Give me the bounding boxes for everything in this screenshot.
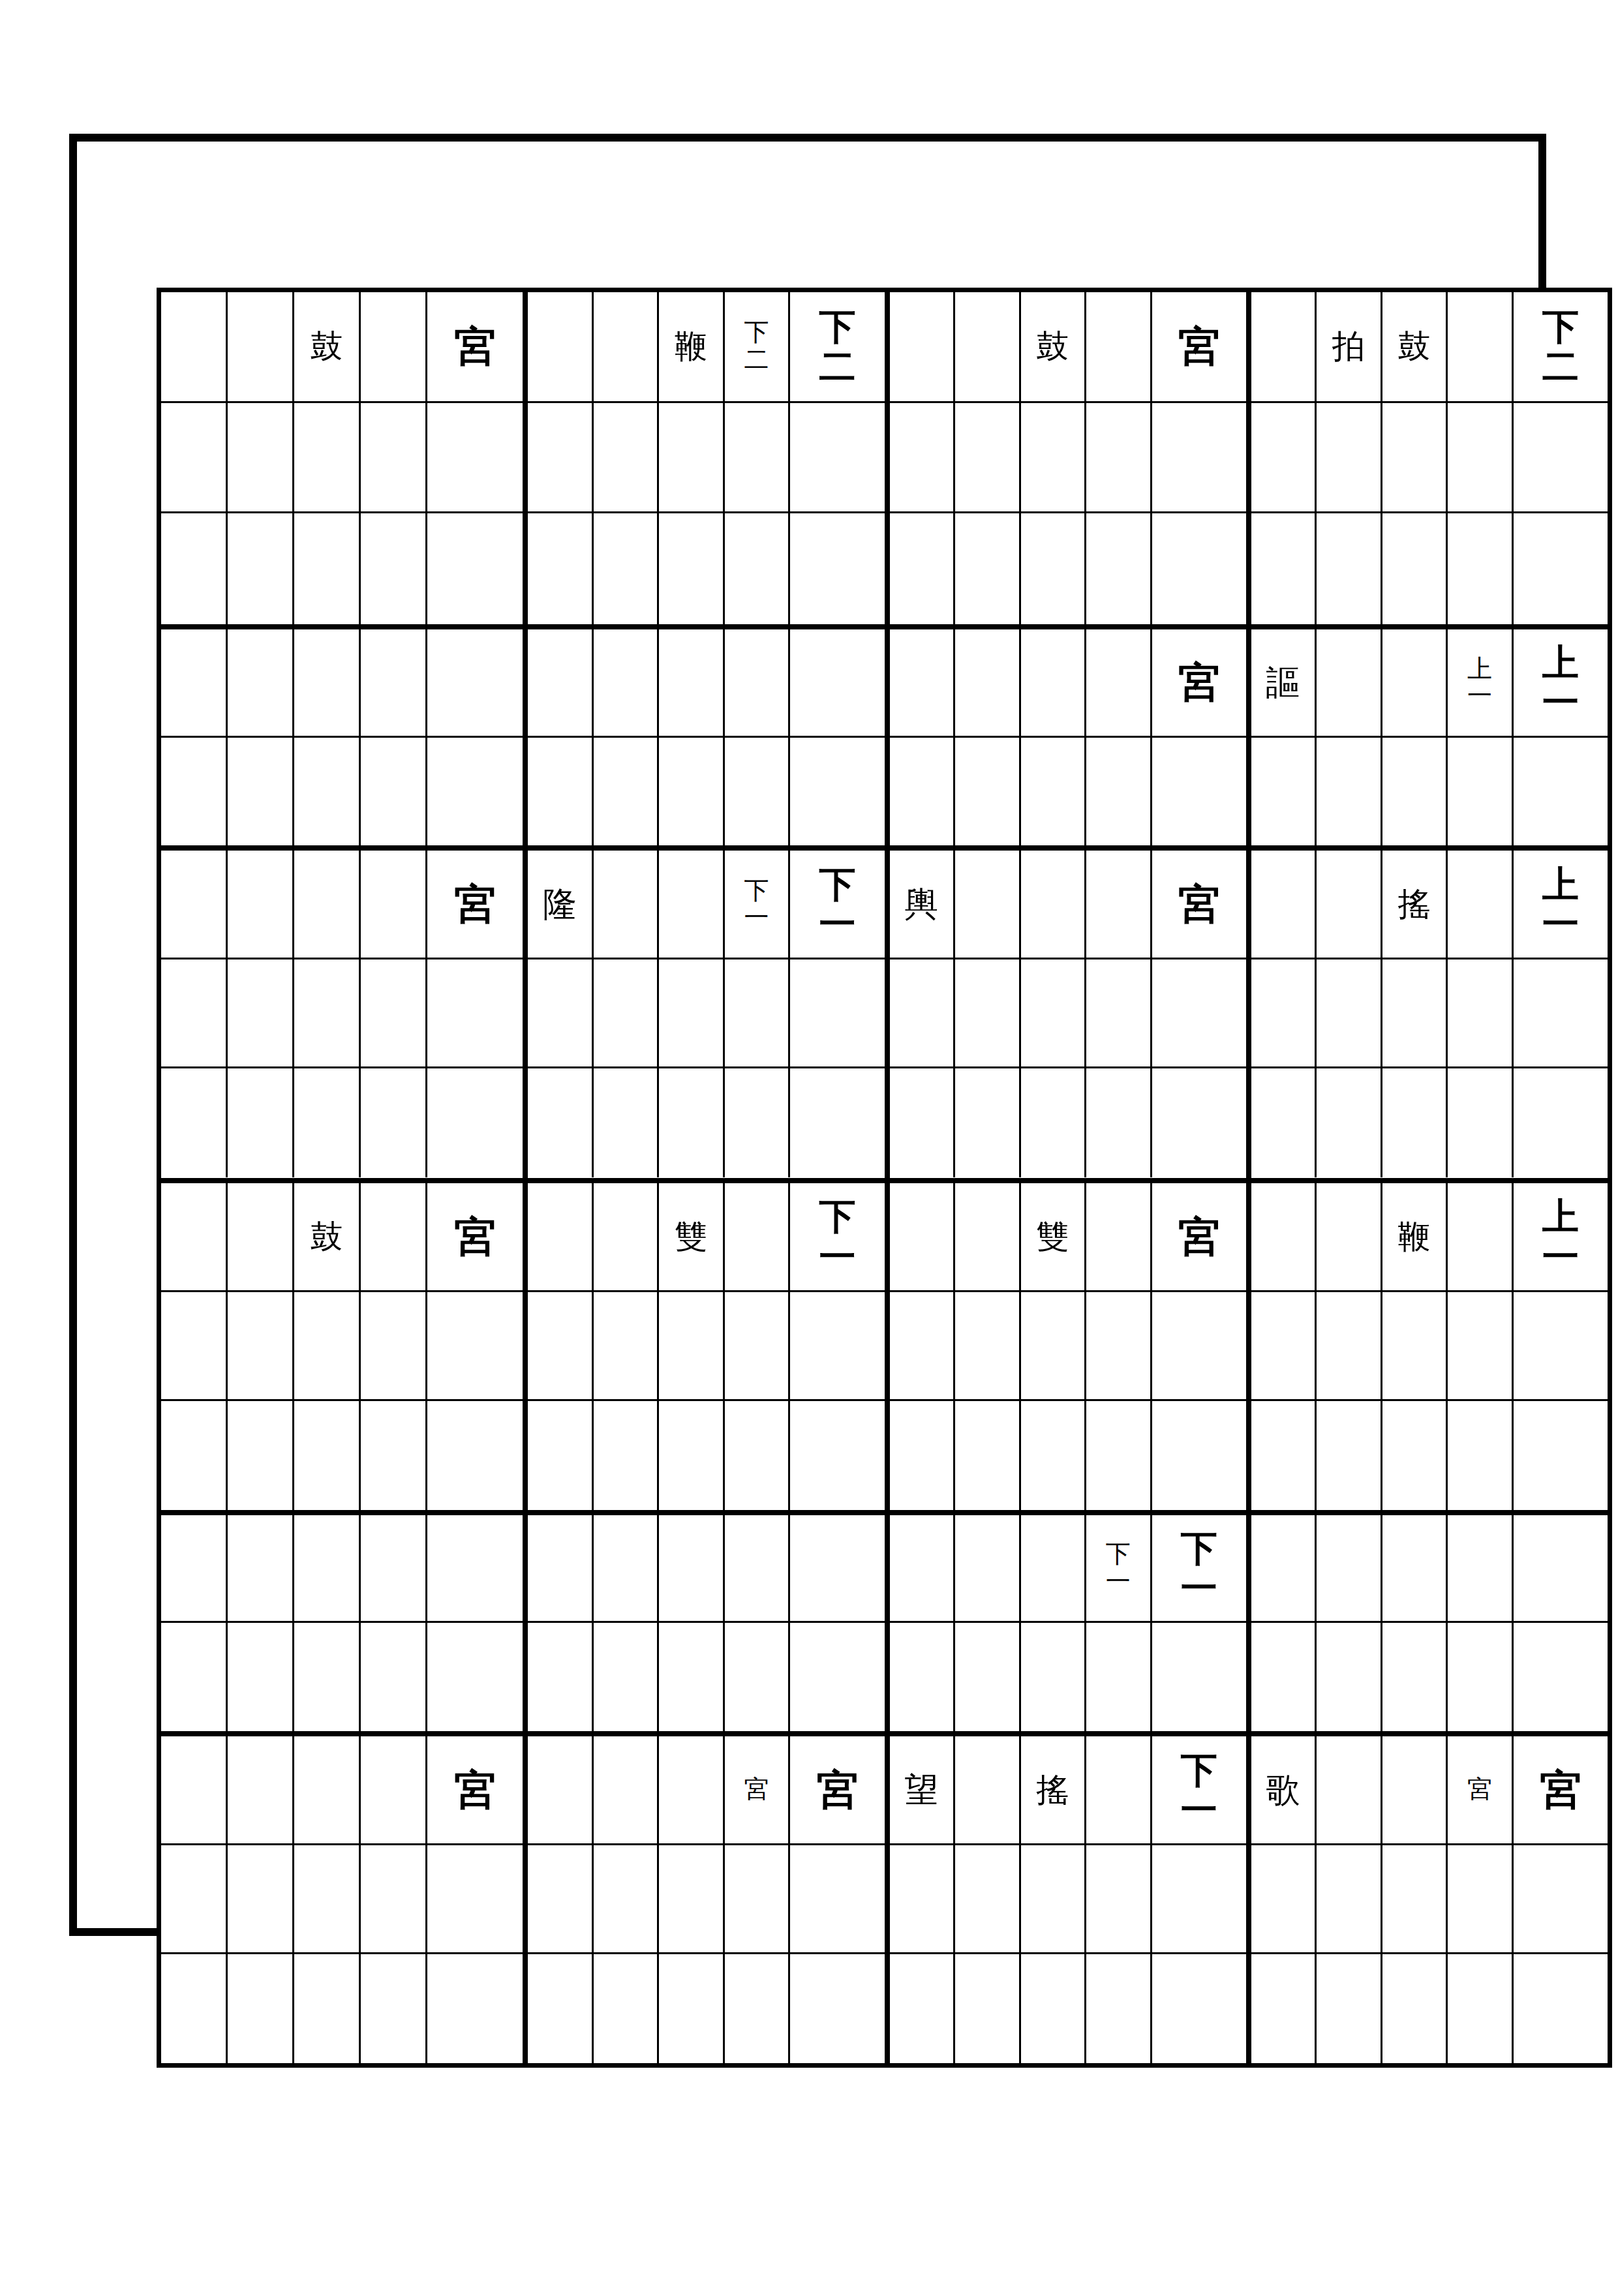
- cell-r5c2s3b1: [659, 1515, 725, 1624]
- cell-r3c1s5b3: [427, 1068, 523, 1177]
- cell-r5c4s1b2: [1251, 1623, 1317, 1731]
- jeonggan-r6c2: 宮宮: [523, 1731, 884, 2063]
- cell-r6c4s3b3: [1382, 1954, 1448, 2063]
- jeonggan-r4c1: 鼓宮: [161, 1178, 523, 1510]
- cell-r6c3s1b2: [890, 1845, 956, 1954]
- cell-r3c2s4b3: [725, 1068, 791, 1177]
- jeonggan-r2c1: [161, 624, 523, 845]
- cell-r4c1s5b3: [427, 1401, 523, 1510]
- cell-r6c4s3b1: [1382, 1736, 1448, 1845]
- cell-r1c2s1b2: [528, 403, 594, 514]
- cell-r4c1s2b2: [228, 1292, 294, 1401]
- cell-r4c2s3b2: [659, 1292, 725, 1401]
- cell-r4c1s1b2: [161, 1292, 228, 1401]
- cell-r1c4s2b1: 拍: [1317, 292, 1382, 403]
- lyric-glyph-yeo: 輿: [904, 887, 938, 921]
- cell-r1c4s3b1: 鼓: [1382, 292, 1448, 403]
- cell-r4c2s5b1: 下一: [790, 1183, 884, 1292]
- cell-r2c2s1b1: [528, 629, 594, 738]
- pitch-small-glyph-gung: 宮: [1467, 1776, 1492, 1804]
- cell-r5c2s2b2: [594, 1623, 660, 1731]
- cell-r1c2s2b3: [594, 513, 660, 624]
- cell-r3c3s1b2: [890, 959, 956, 1068]
- cell-r4c4s2b1: [1317, 1183, 1382, 1292]
- cell-r5c3s4b1: 下一: [1086, 1515, 1152, 1624]
- cell-r1c3s3b2: [1021, 403, 1087, 514]
- cell-r2c4s2b2: [1317, 738, 1382, 846]
- cell-r1c3s5b1: 宮: [1152, 292, 1246, 403]
- cell-r6c4s5b1: 宮: [1514, 1736, 1608, 1845]
- cell-r1c3s1b2: [890, 403, 956, 514]
- cell-r6c2s3b1: [659, 1736, 725, 1845]
- cell-r6c1s5b3: [427, 1954, 523, 2063]
- cell-r6c3s1b3: [890, 1954, 956, 2063]
- cell-r5c3s5b1: 下一: [1152, 1515, 1246, 1624]
- cell-r2c2s4b2: [725, 738, 791, 846]
- cell-r2c4s4b1: 上一: [1448, 629, 1514, 738]
- cell-r6c2s4b1: 宮: [725, 1736, 791, 1845]
- cell-r5c4s3b1: [1382, 1515, 1448, 1624]
- cell-r3c4s4b3: [1448, 1068, 1514, 1177]
- cell-r3c4s1b1: [1251, 851, 1317, 959]
- cell-r6c1s3b1: [294, 1736, 361, 1845]
- cell-r6c4s2b1: [1317, 1736, 1382, 1845]
- cell-r6c1s2b2: [228, 1845, 294, 1954]
- cell-r6c3s4b2: [1086, 1845, 1152, 1954]
- pitch-main-glyph-ha-il: 下一: [1181, 1528, 1217, 1608]
- lyric-glyph-ryung: 隆: [543, 887, 577, 921]
- cell-r4c2s2b1: [594, 1183, 660, 1292]
- cell-r6c2s5b1: 宮: [790, 1736, 884, 1845]
- cell-r5c1s2b2: [228, 1623, 294, 1731]
- pitch-main-glyph-ha-i: 下二: [1542, 307, 1579, 386]
- cell-r6c2s1b1: [528, 1736, 594, 1845]
- cell-r5c1s3b2: [294, 1623, 361, 1731]
- cell-r6c2s3b3: [659, 1954, 725, 2063]
- cell-r3c1s1b2: [161, 959, 228, 1068]
- pitch-main-glyph-gung: 宮: [816, 1769, 858, 1811]
- cell-r1c1s5b2: [427, 403, 523, 514]
- cell-r1c4s2b3: [1317, 513, 1382, 624]
- cell-r2c3s1b1: [890, 629, 956, 738]
- score-grid: 鼓宮鞭下二下二鼓宮拍鼓下二宮謳上一上一宮隆下一下一輿宮搖上一鼓宮雙下一雙宮鞭上一…: [157, 288, 1612, 2068]
- cell-r4c3s1b1: [890, 1183, 956, 1292]
- cell-r4c4s1b3: [1251, 1401, 1317, 1510]
- percussion-glyph-go: 鼓: [310, 1220, 343, 1253]
- cell-r2c1s5b1: [427, 629, 523, 738]
- cell-r6c3s4b3: [1086, 1954, 1152, 2063]
- cell-r3c3s4b2: [1086, 959, 1152, 1068]
- jeonggan-r2c3: 宮: [885, 624, 1246, 845]
- cell-r1c3s4b1: [1086, 292, 1152, 403]
- cell-r1c4s2b2: [1317, 403, 1382, 514]
- cell-r2c2s3b2: [659, 738, 725, 846]
- cell-r1c3s4b2: [1086, 403, 1152, 514]
- cell-r1c1s2b1: [228, 292, 294, 403]
- pitch-main-glyph-ha-i: 下二: [819, 307, 855, 386]
- cell-r3c3s5b2: [1152, 959, 1246, 1068]
- cell-r5c4s2b2: [1317, 1623, 1382, 1731]
- cell-r6c2s3b2: [659, 1845, 725, 1954]
- cell-r2c3s3b1: [1021, 629, 1087, 738]
- cell-r5c4s5b2: [1514, 1623, 1608, 1731]
- cell-r1c3s1b3: [890, 513, 956, 624]
- cell-r4c1s1b3: [161, 1401, 228, 1510]
- cell-r2c1s4b1: [361, 629, 427, 738]
- cell-r1c4s4b2: [1448, 403, 1514, 514]
- pitch-main-glyph-gung: 宮: [454, 883, 496, 925]
- cell-r2c3s4b2: [1086, 738, 1152, 846]
- lyric-glyph-gu: 謳: [1266, 665, 1300, 699]
- cell-r5c1s5b2: [427, 1623, 523, 1731]
- cell-r6c4s2b3: [1317, 1954, 1382, 2063]
- pitch-main-glyph-gung: 宮: [454, 1769, 496, 1811]
- pitch-main-glyph-gung: 宮: [1178, 1216, 1220, 1258]
- cell-r6c1s3b3: [294, 1954, 361, 2063]
- cell-r6c4s4b1: 宮: [1448, 1736, 1514, 1845]
- cell-r1c1s1b1: [161, 292, 228, 403]
- cell-r6c1s4b2: [361, 1845, 427, 1954]
- cell-r4c4s2b2: [1317, 1292, 1382, 1401]
- cell-r1c4s5b2: [1514, 403, 1608, 514]
- percussion-glyph-pyeon: 鞭: [1398, 1220, 1431, 1253]
- jeonggan-r1c2: 鞭下二下二: [523, 292, 884, 624]
- cell-r6c3s4b1: [1086, 1736, 1152, 1845]
- jeonggan-r4c2: 雙下一: [523, 1178, 884, 1510]
- cell-r4c1s4b1: [361, 1183, 427, 1292]
- cell-r4c4s5b3: [1514, 1401, 1608, 1510]
- pitch-main-glyph-gung: 宮: [454, 1216, 496, 1258]
- cell-r3c2s1b3: [528, 1068, 594, 1177]
- cell-r1c2s2b1: [594, 292, 660, 403]
- cell-r2c4s4b2: [1448, 738, 1514, 846]
- pitch-small-glyph-ha-il: 下一: [744, 877, 769, 932]
- cell-r6c4s4b2: [1448, 1845, 1514, 1954]
- cell-r1c3s5b2: [1152, 403, 1246, 514]
- jeonggan-r4c3: 雙宮: [885, 1178, 1246, 1510]
- cell-r6c3s2b1: [955, 1736, 1021, 1845]
- cell-r3c4s5b2: [1514, 959, 1608, 1068]
- cell-r6c1s4b3: [361, 1954, 427, 2063]
- cell-r1c2s2b2: [594, 403, 660, 514]
- cell-r5c1s1b1: [161, 1515, 228, 1624]
- cell-r1c4s5b1: 下二: [1514, 292, 1608, 403]
- cell-r3c4s2b3: [1317, 1068, 1382, 1177]
- cell-r5c3s3b2: [1021, 1623, 1087, 1731]
- cell-r6c3s2b2: [955, 1845, 1021, 1954]
- cell-r4c1s5b2: [427, 1292, 523, 1401]
- cell-r6c2s1b3: [528, 1954, 594, 2063]
- pitch-main-glyph-ha-il: 下一: [819, 1196, 855, 1276]
- jeonggan-r1c3: 鼓宮: [885, 292, 1246, 624]
- cell-r2c2s1b2: [528, 738, 594, 846]
- cell-r2c3s5b1: 宮: [1152, 629, 1246, 738]
- cell-r3c2s5b2: [790, 959, 884, 1068]
- lyric-glyph-ga: 歌: [1266, 1773, 1300, 1807]
- cell-r6c1s1b3: [161, 1954, 228, 2063]
- cell-r4c1s5b1: 宮: [427, 1183, 523, 1292]
- cell-r2c3s4b1: [1086, 629, 1152, 738]
- cell-r1c2s3b1: 鞭: [659, 292, 725, 403]
- cell-r3c3s3b3: [1021, 1068, 1087, 1177]
- pitch-main-glyph-ha-il: 下一: [819, 864, 855, 944]
- cell-r1c4s4b3: [1448, 513, 1514, 624]
- cell-r1c2s1b3: [528, 513, 594, 624]
- cell-r3c3s2b3: [955, 1068, 1021, 1177]
- cell-r6c3s3b2: [1021, 1845, 1087, 1954]
- cell-r2c1s3b1: [294, 629, 361, 738]
- cell-r4c1s4b3: [361, 1401, 427, 1510]
- cell-r1c1s3b3: [294, 513, 361, 624]
- cell-r5c3s5b2: [1152, 1623, 1246, 1731]
- cell-r3c1s2b1: [228, 851, 294, 959]
- cell-r6c1s2b3: [228, 1954, 294, 2063]
- cell-r6c4s1b3: [1251, 1954, 1317, 2063]
- pitch-main-glyph-gung: 宮: [454, 325, 496, 367]
- cell-r5c4s3b2: [1382, 1623, 1448, 1731]
- cell-r4c4s2b3: [1317, 1401, 1382, 1510]
- cell-r1c3s2b2: [955, 403, 1021, 514]
- cell-r6c3s5b1: 下一: [1152, 1736, 1246, 1845]
- cell-r5c1s4b2: [361, 1623, 427, 1731]
- cell-r2c4s2b1: [1317, 629, 1382, 738]
- percussion-glyph-yo: 搖: [1398, 888, 1431, 920]
- cell-r3c4s1b3: [1251, 1068, 1317, 1177]
- cell-r5c1s3b1: [294, 1515, 361, 1624]
- percussion-glyph-go: 鼓: [1036, 330, 1069, 363]
- percussion-glyph-yo: 搖: [1036, 1774, 1069, 1806]
- cell-r4c2s5b2: [790, 1292, 884, 1401]
- cell-r4c3s4b2: [1086, 1292, 1152, 1401]
- cell-r3c2s2b1: [594, 851, 660, 959]
- cell-r3c1s1b1: [161, 851, 228, 959]
- pitch-main-glyph-gung: 宮: [1178, 661, 1220, 703]
- cell-r4c2s1b1: [528, 1183, 594, 1292]
- pitch-main-glyph-sang-il: 上一: [1542, 864, 1579, 944]
- cell-r3c1s2b2: [228, 959, 294, 1068]
- cell-r1c1s2b2: [228, 403, 294, 514]
- cell-r3c2s4b2: [725, 959, 791, 1068]
- jeonggan-r6c3: 望搖下一: [885, 1731, 1246, 2063]
- cell-r6c2s4b3: [725, 1954, 791, 2063]
- cell-r4c4s1b1: [1251, 1183, 1317, 1292]
- jeonggan-r4c4: 鞭上一: [1246, 1178, 1608, 1510]
- cell-r1c4s1b3: [1251, 513, 1317, 624]
- cell-r3c2s5b1: 下一: [790, 851, 884, 959]
- cell-r5c3s2b1: [955, 1515, 1021, 1624]
- cell-r2c1s2b2: [228, 738, 294, 846]
- cell-r2c4s3b2: [1382, 738, 1448, 846]
- cell-r2c4s1b1: 謳: [1251, 629, 1317, 738]
- pitch-small-glyph-ha-il: 下一: [1106, 1541, 1131, 1595]
- cell-r1c1s5b1: 宮: [427, 292, 523, 403]
- cell-r5c1s5b1: [427, 1515, 523, 1624]
- cell-r6c2s5b3: [790, 1954, 884, 2063]
- cell-r4c4s4b2: [1448, 1292, 1514, 1401]
- cell-r4c2s2b3: [594, 1401, 660, 1510]
- cell-r1c1s1b2: [161, 403, 228, 514]
- cell-r6c2s2b1: [594, 1736, 660, 1845]
- cell-r1c3s2b3: [955, 513, 1021, 624]
- cell-r6c3s5b2: [1152, 1845, 1246, 1954]
- jeonggan-r5c1: [161, 1510, 523, 1731]
- cell-r4c1s1b1: [161, 1183, 228, 1292]
- percussion-glyph-ssang: 雙: [675, 1220, 707, 1253]
- cell-r3c3s3b2: [1021, 959, 1087, 1068]
- lyric-glyph-mang: 望: [904, 1773, 938, 1807]
- cell-r4c4s5b2: [1514, 1292, 1608, 1401]
- cell-r1c4s3b2: [1382, 403, 1448, 514]
- pitch-main-glyph-sang-il: 上一: [1542, 642, 1579, 722]
- cell-r4c2s2b2: [594, 1292, 660, 1401]
- cell-r1c4s1b1: [1251, 292, 1317, 403]
- cell-r4c2s1b2: [528, 1292, 594, 1401]
- cell-r3c4s1b2: [1251, 959, 1317, 1068]
- cell-r1c2s5b3: [790, 513, 884, 624]
- cell-r4c2s5b3: [790, 1401, 884, 1510]
- cell-r3c3s2b2: [955, 959, 1021, 1068]
- cell-r4c4s4b3: [1448, 1401, 1514, 1510]
- cell-r2c1s3b2: [294, 738, 361, 846]
- cell-r2c4s5b2: [1514, 738, 1608, 846]
- cell-r6c1s5b2: [427, 1845, 523, 1954]
- cell-r3c4s5b1: 上一: [1514, 851, 1608, 959]
- cell-r6c4s1b2: [1251, 1845, 1317, 1954]
- cell-r3c3s4b1: [1086, 851, 1152, 959]
- cell-r3c2s3b3: [659, 1068, 725, 1177]
- cell-r4c4s1b2: [1251, 1292, 1317, 1401]
- cell-r4c2s3b1: 雙: [659, 1183, 725, 1292]
- cell-r5c4s4b2: [1448, 1623, 1514, 1731]
- cell-r6c4s4b3: [1448, 1954, 1514, 2063]
- cell-r5c1s1b2: [161, 1623, 228, 1731]
- cell-r6c1s3b2: [294, 1845, 361, 1954]
- jeonggan-r6c4: 歌宮宮: [1246, 1731, 1608, 2063]
- cell-r4c1s4b2: [361, 1292, 427, 1401]
- cell-r4c4s4b1: [1448, 1183, 1514, 1292]
- cell-r5c2s4b2: [725, 1623, 791, 1731]
- jeonggan-r5c4: [1246, 1510, 1608, 1731]
- cell-r4c3s1b2: [890, 1292, 956, 1401]
- cell-r2c4s1b2: [1251, 738, 1317, 846]
- cell-r6c2s1b2: [528, 1845, 594, 1954]
- cell-r2c1s5b2: [427, 738, 523, 846]
- cell-r1c4s5b3: [1514, 513, 1608, 624]
- percussion-glyph-go: 鼓: [1398, 330, 1431, 363]
- pitch-small-glyph-gung: 宮: [744, 1776, 769, 1804]
- cell-r3c3s1b3: [890, 1068, 956, 1177]
- cell-r5c2s2b1: [594, 1515, 660, 1624]
- cell-r1c1s1b3: [161, 513, 228, 624]
- cell-r4c3s2b2: [955, 1292, 1021, 1401]
- cell-r4c1s3b1: 鼓: [294, 1183, 361, 1292]
- cell-r5c2s3b2: [659, 1623, 725, 1731]
- cell-r4c2s4b3: [725, 1401, 791, 1510]
- cell-r2c1s2b1: [228, 629, 294, 738]
- cell-r3c1s2b3: [228, 1068, 294, 1177]
- cell-r4c4s3b1: 鞭: [1382, 1183, 1448, 1292]
- cell-r4c4s5b1: 上一: [1514, 1183, 1608, 1292]
- cell-r1c3s3b3: [1021, 513, 1087, 624]
- pitch-main-glyph-gung: 宮: [1178, 325, 1220, 367]
- cell-r3c2s1b2: [528, 959, 594, 1068]
- cell-r1c2s4b3: [725, 513, 791, 624]
- jeonggan-r1c4: 拍鼓下二: [1246, 292, 1608, 624]
- cell-r3c2s2b3: [594, 1068, 660, 1177]
- cell-r4c2s4b2: [725, 1292, 791, 1401]
- cell-r4c3s5b2: [1152, 1292, 1246, 1401]
- cell-r3c4s2b2: [1317, 959, 1382, 1068]
- cell-r3c3s5b1: 宮: [1152, 851, 1246, 959]
- cell-r5c2s4b1: [725, 1515, 791, 1624]
- jeonggan-r3c4: 搖上一: [1246, 845, 1608, 1177]
- cell-r5c3s4b2: [1086, 1623, 1152, 1731]
- cell-r6c4s3b2: [1382, 1845, 1448, 1954]
- cell-r1c1s4b3: [361, 513, 427, 624]
- cell-r4c3s2b1: [955, 1183, 1021, 1292]
- cell-r1c1s3b1: 鼓: [294, 292, 361, 403]
- cell-r6c1s2b1: [228, 1736, 294, 1845]
- cell-r3c4s2b1: [1317, 851, 1382, 959]
- cell-r6c2s5b2: [790, 1845, 884, 1954]
- cell-r1c2s5b2: [790, 403, 884, 514]
- cell-r1c2s4b1: 下二: [725, 292, 791, 403]
- pitch-main-glyph-gung: 宮: [1540, 1769, 1581, 1811]
- cell-r1c4s3b3: [1382, 513, 1448, 624]
- cell-r2c2s5b2: [790, 738, 884, 846]
- cell-r6c2s2b3: [594, 1954, 660, 2063]
- cell-r4c3s2b3: [955, 1401, 1021, 1510]
- cell-r4c1s3b3: [294, 1401, 361, 1510]
- cell-r3c1s4b3: [361, 1068, 427, 1177]
- cell-r6c4s5b2: [1514, 1845, 1608, 1954]
- cell-r2c3s3b2: [1021, 738, 1087, 846]
- cell-r2c2s5b1: [790, 629, 884, 738]
- cell-r5c4s5b1: [1514, 1515, 1608, 1624]
- cell-r3c1s5b2: [427, 959, 523, 1068]
- cell-r3c3s5b3: [1152, 1068, 1246, 1177]
- cell-r6c1s1b2: [161, 1845, 228, 1954]
- cell-r2c3s5b2: [1152, 738, 1246, 846]
- cell-r2c1s1b2: [161, 738, 228, 846]
- cell-r3c4s3b1: 搖: [1382, 851, 1448, 959]
- cell-r3c4s4b2: [1448, 959, 1514, 1068]
- cell-r1c4s4b1: [1448, 292, 1514, 403]
- cell-r2c3s1b2: [890, 738, 956, 846]
- jeonggan-r3c3: 輿宮: [885, 845, 1246, 1177]
- score-page: 鼓宮鞭下二下二鼓宮拍鼓下二宮謳上一上一宮隆下一下一輿宮搖上一鼓宮雙下一雙宮鞭上一…: [0, 0, 1618, 2296]
- cell-r1c1s5b3: [427, 513, 523, 624]
- cell-r1c1s4b2: [361, 403, 427, 514]
- cell-r1c3s3b1: 鼓: [1021, 292, 1087, 403]
- cell-r6c1s4b1: [361, 1736, 427, 1845]
- cell-r4c3s3b1: 雙: [1021, 1183, 1087, 1292]
- cell-r4c3s5b1: 宮: [1152, 1183, 1246, 1292]
- cell-r5c3s3b1: [1021, 1515, 1087, 1624]
- cell-r5c4s1b1: [1251, 1515, 1317, 1624]
- cell-r3c1s3b2: [294, 959, 361, 1068]
- pitch-small-glyph-sang-il: 上一: [1467, 656, 1492, 710]
- jeonggan-r5c3: 下一下一: [885, 1510, 1246, 1731]
- cell-r4c3s5b3: [1152, 1401, 1246, 1510]
- jeonggan-r2c2: [523, 624, 884, 845]
- cell-r3c4s5b3: [1514, 1068, 1608, 1177]
- cell-r6c1s5b1: 宮: [427, 1736, 523, 1845]
- cell-r4c2s3b3: [659, 1401, 725, 1510]
- cell-r3c2s5b3: [790, 1068, 884, 1177]
- cell-r5c3s1b1: [890, 1515, 956, 1624]
- cell-r3c1s4b2: [361, 959, 427, 1068]
